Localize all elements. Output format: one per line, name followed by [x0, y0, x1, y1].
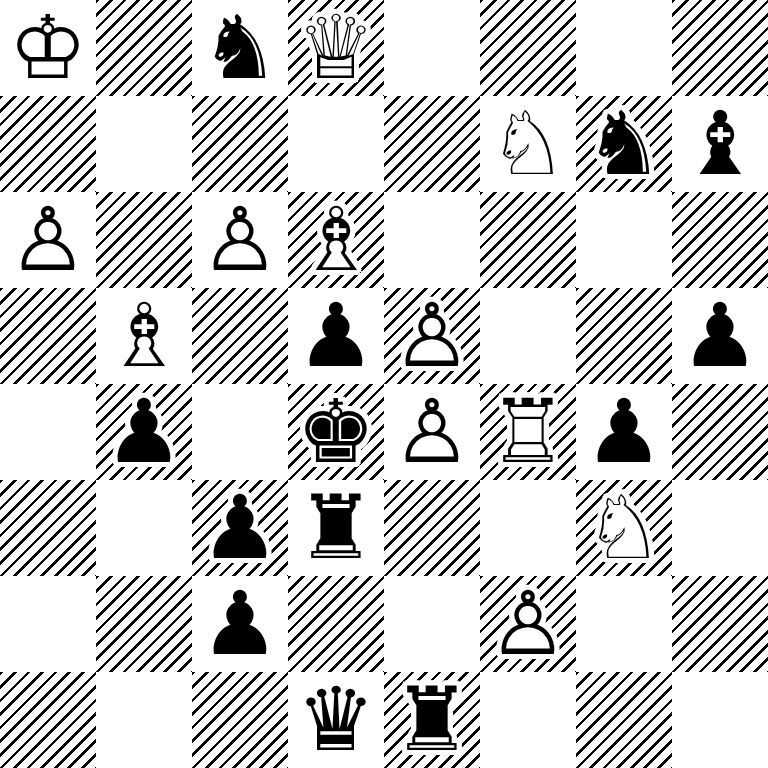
square-g2[interactable]: [576, 576, 672, 672]
square-d2[interactable]: [288, 576, 384, 672]
square-g3[interactable]: ♞♘: [576, 480, 672, 576]
square-e6[interactable]: [384, 192, 480, 288]
square-a1[interactable]: [0, 672, 96, 768]
square-e2[interactable]: [384, 576, 480, 672]
square-c7[interactable]: [192, 96, 288, 192]
square-c4[interactable]: [192, 384, 288, 480]
square-h7[interactable]: ♝♝: [672, 96, 768, 192]
white-king-icon: ♔: [0, 0, 96, 96]
square-a5[interactable]: [0, 288, 96, 384]
black-bishop-icon: ♝: [672, 96, 768, 192]
square-d1[interactable]: ♛♛: [288, 672, 384, 768]
square-b2[interactable]: [96, 576, 192, 672]
square-a6[interactable]: ♟♙: [0, 192, 96, 288]
square-h1[interactable]: [672, 672, 768, 768]
square-b5[interactable]: ♝♗: [96, 288, 192, 384]
white-bishop-icon: ♗: [96, 288, 192, 384]
square-a3[interactable]: [0, 480, 96, 576]
square-g6[interactable]: [576, 192, 672, 288]
square-h3[interactable]: [672, 480, 768, 576]
black-rook-icon: ♜: [288, 480, 384, 576]
square-e1[interactable]: ♜♜: [384, 672, 480, 768]
square-d3[interactable]: ♜♜: [288, 480, 384, 576]
square-c8[interactable]: ♞♞: [192, 0, 288, 96]
square-f5[interactable]: [480, 288, 576, 384]
square-g7[interactable]: ♞♞: [576, 96, 672, 192]
white-pawn-icon: ♙: [384, 384, 480, 480]
square-b8[interactable]: [96, 0, 192, 96]
square-h8[interactable]: [672, 0, 768, 96]
square-a4[interactable]: [0, 384, 96, 480]
square-h6[interactable]: [672, 192, 768, 288]
black-knight-icon: ♞: [576, 96, 672, 192]
square-c1[interactable]: [192, 672, 288, 768]
square-g5[interactable]: [576, 288, 672, 384]
square-b7[interactable]: [96, 96, 192, 192]
white-knight-icon: ♘: [576, 480, 672, 576]
square-h4[interactable]: [672, 384, 768, 480]
square-e8[interactable]: [384, 0, 480, 96]
black-rook-icon: ♜: [384, 672, 480, 768]
square-b4[interactable]: ♟♟: [96, 384, 192, 480]
black-pawn-icon: ♟: [672, 288, 768, 384]
white-knight-icon: ♘: [480, 96, 576, 192]
square-d6[interactable]: ♝♗: [288, 192, 384, 288]
square-b3[interactable]: [96, 480, 192, 576]
black-pawn-icon: ♟: [192, 576, 288, 672]
square-f1[interactable]: [480, 672, 576, 768]
square-f7[interactable]: ♞♘: [480, 96, 576, 192]
square-a7[interactable]: [0, 96, 96, 192]
square-c6[interactable]: ♟♙: [192, 192, 288, 288]
square-c3[interactable]: ♟♟: [192, 480, 288, 576]
white-pawn-icon: ♙: [192, 192, 288, 288]
square-b6[interactable]: [96, 192, 192, 288]
square-a2[interactable]: [0, 576, 96, 672]
square-g8[interactable]: [576, 0, 672, 96]
square-f8[interactable]: [480, 0, 576, 96]
chess-board: ♚♔♞♞♛♕♞♘♞♞♝♝♟♙♟♙♝♗♝♗♟♟♟♙♟♟♟♟♚♚♟♙♜♖♟♟♟♟♜♜…: [0, 0, 768, 768]
white-bishop-icon: ♗: [288, 192, 384, 288]
square-c5[interactable]: [192, 288, 288, 384]
black-queen-icon: ♛: [288, 672, 384, 768]
square-f6[interactable]: [480, 192, 576, 288]
square-e3[interactable]: [384, 480, 480, 576]
square-h5[interactable]: ♟♟: [672, 288, 768, 384]
square-e7[interactable]: [384, 96, 480, 192]
square-f2[interactable]: ♟♙: [480, 576, 576, 672]
white-queen-icon: ♕: [288, 0, 384, 96]
square-e5[interactable]: ♟♙: [384, 288, 480, 384]
square-a8[interactable]: ♚♔: [0, 0, 96, 96]
black-pawn-icon: ♟: [96, 384, 192, 480]
square-b1[interactable]: [96, 672, 192, 768]
white-rook-icon: ♖: [480, 384, 576, 480]
black-king-icon: ♚: [288, 384, 384, 480]
square-f3[interactable]: [480, 480, 576, 576]
black-pawn-icon: ♟: [288, 288, 384, 384]
white-pawn-icon: ♙: [480, 576, 576, 672]
square-d8[interactable]: ♛♕: [288, 0, 384, 96]
square-d4[interactable]: ♚♚: [288, 384, 384, 480]
square-h2[interactable]: [672, 576, 768, 672]
white-pawn-icon: ♙: [384, 288, 480, 384]
square-g1[interactable]: [576, 672, 672, 768]
square-c2[interactable]: ♟♟: [192, 576, 288, 672]
square-f4[interactable]: ♜♖: [480, 384, 576, 480]
square-e4[interactable]: ♟♙: [384, 384, 480, 480]
square-d5[interactable]: ♟♟: [288, 288, 384, 384]
square-d7[interactable]: [288, 96, 384, 192]
black-knight-icon: ♞: [192, 0, 288, 96]
black-pawn-icon: ♟: [576, 384, 672, 480]
square-g4[interactable]: ♟♟: [576, 384, 672, 480]
white-pawn-icon: ♙: [0, 192, 96, 288]
black-pawn-icon: ♟: [192, 480, 288, 576]
